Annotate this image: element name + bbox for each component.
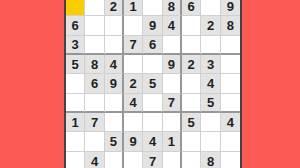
cell-r3c4[interactable]: 7: [124, 36, 143, 55]
cell-r1c4[interactable]: 1: [124, 0, 143, 16]
cell-r9c3[interactable]: [105, 152, 124, 168]
cell-r4c5[interactable]: [143, 55, 162, 74]
cell-r1c1[interactable]: [66, 0, 85, 16]
cell-r2c1[interactable]: 6: [66, 16, 85, 35]
cell-r5c6[interactable]: [163, 74, 182, 93]
cell-r8c7[interactable]: [182, 132, 201, 151]
cell-r7c2[interactable]: 7: [85, 113, 104, 132]
cell-r7c6[interactable]: [163, 113, 182, 132]
cell-r5c5[interactable]: 5: [143, 74, 162, 93]
cell-r8c6[interactable]: 1: [163, 132, 182, 151]
cell-r3c1[interactable]: 3: [66, 36, 85, 55]
cell-r9c6[interactable]: [163, 152, 182, 168]
cell-r6c1[interactable]: [66, 94, 85, 113]
sudoku-grid: 21869694283765849236925447517545941478: [66, 0, 240, 168]
cell-r1c8[interactable]: [201, 0, 220, 16]
cell-r4c2[interactable]: 8: [85, 55, 104, 74]
cell-r9c8[interactable]: 8: [201, 152, 220, 168]
cell-r9c5[interactable]: 7: [143, 152, 162, 168]
cell-r3c7[interactable]: [182, 36, 201, 55]
cell-r1c3[interactable]: 2: [105, 0, 124, 16]
cell-r9c4[interactable]: [124, 152, 143, 168]
cell-r8c5[interactable]: 4: [143, 132, 162, 151]
cell-r4c1[interactable]: 5: [66, 55, 85, 74]
cell-r8c1[interactable]: [66, 132, 85, 151]
cell-r9c9[interactable]: [221, 152, 240, 168]
cell-r8c3[interactable]: 5: [105, 132, 124, 151]
cell-r7c8[interactable]: [201, 113, 220, 132]
cell-r6c4[interactable]: 4: [124, 94, 143, 113]
cell-r4c8[interactable]: 3: [201, 55, 220, 74]
cell-r2c8[interactable]: 2: [201, 16, 220, 35]
cell-r1c9[interactable]: 9: [221, 0, 240, 16]
cell-r3c9[interactable]: [221, 36, 240, 55]
cell-r2c7[interactable]: [182, 16, 201, 35]
cell-r4c7[interactable]: 2: [182, 55, 201, 74]
cell-r7c7[interactable]: 5: [182, 113, 201, 132]
cell-r2c9[interactable]: 8: [221, 16, 240, 35]
cell-r6c8[interactable]: 5: [201, 94, 220, 113]
cell-r2c4[interactable]: [124, 16, 143, 35]
cell-r6c9[interactable]: [221, 94, 240, 113]
cell-r8c8[interactable]: [201, 132, 220, 151]
cell-r1c7[interactable]: 6: [182, 0, 201, 16]
cell-r3c2[interactable]: [85, 36, 104, 55]
cell-r2c2[interactable]: [85, 16, 104, 35]
cell-r6c6[interactable]: 7: [163, 94, 182, 113]
cell-r7c1[interactable]: 1: [66, 113, 85, 132]
sudoku-board: 21869694283765849236925447517545941478: [64, 0, 242, 168]
cell-r4c6[interactable]: 9: [163, 55, 182, 74]
cell-r6c2[interactable]: [85, 94, 104, 113]
cell-r7c9[interactable]: 4: [221, 113, 240, 132]
cell-r5c3[interactable]: 9: [105, 74, 124, 93]
cell-r8c9[interactable]: [221, 132, 240, 151]
cell-r3c3[interactable]: [105, 36, 124, 55]
cell-r3c6[interactable]: [163, 36, 182, 55]
cell-r5c4[interactable]: 2: [124, 74, 143, 93]
cell-r5c8[interactable]: 4: [201, 74, 220, 93]
cell-r9c1[interactable]: [66, 152, 85, 168]
cell-r2c3[interactable]: [105, 16, 124, 35]
cell-r4c3[interactable]: 4: [105, 55, 124, 74]
cell-r8c4[interactable]: 9: [124, 132, 143, 151]
cell-r4c4[interactable]: [124, 55, 143, 74]
cell-r5c7[interactable]: [182, 74, 201, 93]
cell-r6c7[interactable]: [182, 94, 201, 113]
cell-r2c5[interactable]: 9: [143, 16, 162, 35]
cell-r9c2[interactable]: 4: [85, 152, 104, 168]
cell-r1c2[interactable]: [85, 0, 104, 16]
cell-r5c1[interactable]: [66, 74, 85, 93]
cell-r1c6[interactable]: 8: [163, 0, 182, 16]
cell-r3c8[interactable]: [201, 36, 220, 55]
cell-r6c3[interactable]: [105, 94, 124, 113]
cell-r6c5[interactable]: [143, 94, 162, 113]
cell-r4c9[interactable]: [221, 55, 240, 74]
cell-r2c6[interactable]: 4: [163, 16, 182, 35]
cell-r9c7[interactable]: [182, 152, 201, 168]
cell-r3c5[interactable]: 6: [143, 36, 162, 55]
cell-r5c9[interactable]: [221, 74, 240, 93]
cell-r7c5[interactable]: [143, 113, 162, 132]
cell-r7c3[interactable]: [105, 113, 124, 132]
cell-r5c2[interactable]: 6: [85, 74, 104, 93]
cell-r7c4[interactable]: [124, 113, 143, 132]
page-background: 21869694283765849236925447517545941478: [0, 0, 300, 168]
cell-r1c5[interactable]: [143, 0, 162, 16]
cell-r8c2[interactable]: [85, 132, 104, 151]
